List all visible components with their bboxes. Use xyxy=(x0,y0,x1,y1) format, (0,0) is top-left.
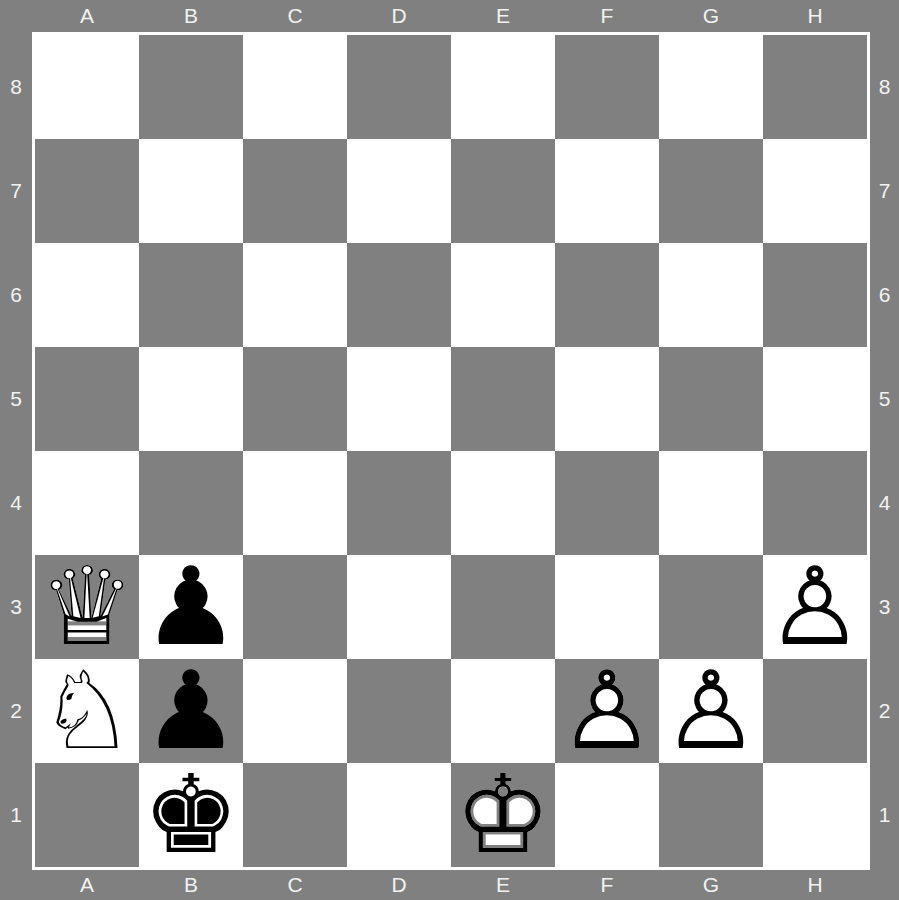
square-b3[interactable]: ♟ xyxy=(139,555,243,659)
rank-label-1: 1 xyxy=(0,763,32,867)
square-e6[interactable] xyxy=(451,243,555,347)
square-e3[interactable] xyxy=(451,555,555,659)
square-b1[interactable]: ♚ xyxy=(139,763,243,867)
square-g7[interactable] xyxy=(659,139,763,243)
rank-label-7: 7 xyxy=(870,139,899,243)
rank-label-3: 3 xyxy=(870,555,899,659)
square-b5[interactable] xyxy=(139,347,243,451)
square-e8[interactable] xyxy=(451,35,555,139)
piece-glyph: ♕ xyxy=(35,555,139,659)
square-d2[interactable] xyxy=(347,659,451,763)
file-label-d: D xyxy=(347,870,451,900)
black-pawn-icon: ♟ xyxy=(139,659,243,763)
square-d6[interactable] xyxy=(347,243,451,347)
white-knight-icon: ♞♘ xyxy=(35,659,139,763)
square-f7[interactable] xyxy=(555,139,659,243)
square-h7[interactable] xyxy=(763,139,867,243)
rank-label-1: 1 xyxy=(870,763,899,867)
file-label-c: C xyxy=(243,0,347,32)
square-c1[interactable] xyxy=(243,763,347,867)
chess-board-frame: ABCDEFGH ABCDEFGH 87654321 87654321 ♛♕♟♟… xyxy=(0,0,899,900)
square-h3[interactable]: ♟♙ xyxy=(763,555,867,659)
rank-label-2: 2 xyxy=(870,659,899,763)
piece-glyph: ♚ xyxy=(139,763,243,867)
rank-label-3: 3 xyxy=(0,555,32,659)
file-label-f: F xyxy=(555,870,659,900)
file-label-e: E xyxy=(451,0,555,32)
file-label-c: C xyxy=(243,870,347,900)
file-label-g: G xyxy=(659,0,763,32)
square-c7[interactable] xyxy=(243,139,347,243)
square-h1[interactable] xyxy=(763,763,867,867)
square-g4[interactable] xyxy=(659,451,763,555)
square-f6[interactable] xyxy=(555,243,659,347)
square-c8[interactable] xyxy=(243,35,347,139)
square-e2[interactable] xyxy=(451,659,555,763)
file-label-h: H xyxy=(763,0,867,32)
square-g5[interactable] xyxy=(659,347,763,451)
square-c4[interactable] xyxy=(243,451,347,555)
square-h6[interactable] xyxy=(763,243,867,347)
rank-label-4: 4 xyxy=(0,451,32,555)
square-e5[interactable] xyxy=(451,347,555,451)
square-d5[interactable] xyxy=(347,347,451,451)
square-b4[interactable] xyxy=(139,451,243,555)
black-king-icon: ♚ xyxy=(139,763,243,867)
square-a1[interactable] xyxy=(35,763,139,867)
square-g8[interactable] xyxy=(659,35,763,139)
square-d7[interactable] xyxy=(347,139,451,243)
square-g2[interactable]: ♟♙ xyxy=(659,659,763,763)
square-c2[interactable] xyxy=(243,659,347,763)
file-labels-top: ABCDEFGH xyxy=(35,0,867,32)
rank-label-6: 6 xyxy=(0,243,32,347)
square-g3[interactable] xyxy=(659,555,763,659)
square-d8[interactable] xyxy=(347,35,451,139)
square-d3[interactable] xyxy=(347,555,451,659)
file-label-d: D xyxy=(347,0,451,32)
file-label-a: A xyxy=(35,0,139,32)
rank-label-5: 5 xyxy=(870,347,899,451)
square-d4[interactable] xyxy=(347,451,451,555)
square-e4[interactable] xyxy=(451,451,555,555)
rank-label-5: 5 xyxy=(0,347,32,451)
square-f5[interactable] xyxy=(555,347,659,451)
square-h5[interactable] xyxy=(763,347,867,451)
square-b7[interactable] xyxy=(139,139,243,243)
square-a7[interactable] xyxy=(35,139,139,243)
piece-glyph: ♙ xyxy=(763,555,867,659)
square-a2[interactable]: ♞♘ xyxy=(35,659,139,763)
square-a4[interactable] xyxy=(35,451,139,555)
square-f3[interactable] xyxy=(555,555,659,659)
square-e1[interactable]: ♚♔ xyxy=(451,763,555,867)
white-king-icon: ♚♔ xyxy=(451,763,555,867)
square-g1[interactable] xyxy=(659,763,763,867)
rank-label-6: 6 xyxy=(870,243,899,347)
piece-glyph: ♟ xyxy=(139,555,243,659)
piece-glyph: ♙ xyxy=(555,659,659,763)
rank-labels-left: 87654321 xyxy=(0,35,32,867)
piece-glyph: ♘ xyxy=(35,659,139,763)
file-label-h: H xyxy=(763,870,867,900)
piece-glyph: ♙ xyxy=(659,659,763,763)
square-a8[interactable] xyxy=(35,35,139,139)
square-f4[interactable] xyxy=(555,451,659,555)
square-a6[interactable] xyxy=(35,243,139,347)
square-c5[interactable] xyxy=(243,347,347,451)
white-pawn-icon: ♟♙ xyxy=(659,659,763,763)
file-label-f: F xyxy=(555,0,659,32)
square-a5[interactable] xyxy=(35,347,139,451)
white-pawn-icon: ♟♙ xyxy=(763,555,867,659)
rank-label-8: 8 xyxy=(0,35,32,139)
rank-labels-right: 87654321 xyxy=(870,35,899,867)
chess-board: ♛♕♟♟♙♞♘♟♟♙♟♙♚♚♔ xyxy=(32,32,870,870)
square-f8[interactable] xyxy=(555,35,659,139)
square-b8[interactable] xyxy=(139,35,243,139)
square-e7[interactable] xyxy=(451,139,555,243)
file-label-a: A xyxy=(35,870,139,900)
square-h2[interactable] xyxy=(763,659,867,763)
square-d1[interactable] xyxy=(347,763,451,867)
rank-label-4: 4 xyxy=(870,451,899,555)
black-pawn-icon: ♟ xyxy=(139,555,243,659)
square-c6[interactable] xyxy=(243,243,347,347)
square-h4[interactable] xyxy=(763,451,867,555)
rank-label-7: 7 xyxy=(0,139,32,243)
square-b2[interactable]: ♟ xyxy=(139,659,243,763)
file-label-g: G xyxy=(659,870,763,900)
rank-label-8: 8 xyxy=(870,35,899,139)
square-g6[interactable] xyxy=(659,243,763,347)
file-label-b: B xyxy=(139,0,243,32)
white-pawn-icon: ♟♙ xyxy=(555,659,659,763)
white-queen-icon: ♛♕ xyxy=(35,555,139,659)
square-b6[interactable] xyxy=(139,243,243,347)
square-f2[interactable]: ♟♙ xyxy=(555,659,659,763)
piece-glyph: ♔ xyxy=(451,763,555,867)
square-c3[interactable] xyxy=(243,555,347,659)
square-a3[interactable]: ♛♕ xyxy=(35,555,139,659)
square-f1[interactable] xyxy=(555,763,659,867)
rank-label-2: 2 xyxy=(0,659,32,763)
piece-glyph: ♟ xyxy=(139,659,243,763)
square-h8[interactable] xyxy=(763,35,867,139)
